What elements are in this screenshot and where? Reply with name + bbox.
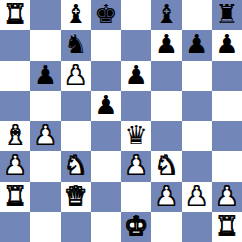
black-pawn-g7: ♟ — [185, 31, 208, 57]
square-c6[interactable]: ♟ — [61, 61, 91, 91]
square-b4[interactable]: ♟ — [30, 121, 60, 151]
square-d7[interactable] — [91, 30, 121, 60]
square-h6[interactable] — [212, 61, 242, 91]
square-c2[interactable]: ♛ — [61, 182, 91, 212]
square-b8[interactable] — [30, 0, 60, 30]
white-rook-a8: ♜ — [3, 1, 26, 27]
white-pawn-c6: ♟ — [64, 62, 87, 88]
square-b7[interactable] — [30, 30, 60, 60]
square-d8[interactable]: ♚ — [91, 0, 121, 30]
square-h7[interactable]: ♟ — [212, 30, 242, 60]
square-c5[interactable] — [61, 91, 91, 121]
square-g4[interactable] — [182, 121, 212, 151]
square-d6[interactable] — [91, 61, 121, 91]
square-a8[interactable]: ♜ — [0, 0, 30, 30]
square-f1[interactable] — [151, 212, 181, 242]
square-e1[interactable]: ♚ — [121, 212, 151, 242]
black-queen-e4: ♛ — [124, 122, 147, 148]
square-e4[interactable]: ♛ — [121, 121, 151, 151]
square-e6[interactable]: ♟ — [121, 61, 151, 91]
square-a3[interactable]: ♟ — [0, 151, 30, 181]
square-d3[interactable] — [91, 151, 121, 181]
square-g7[interactable]: ♟ — [182, 30, 212, 60]
square-f4[interactable] — [151, 121, 181, 151]
square-g1[interactable] — [182, 212, 212, 242]
white-pawn-e3: ♟ — [124, 152, 147, 178]
square-f6[interactable] — [151, 61, 181, 91]
square-h5[interactable] — [212, 91, 242, 121]
black-pawn-b6: ♟ — [34, 62, 57, 88]
square-h1[interactable]: ♜ — [212, 212, 242, 242]
square-a6[interactable] — [0, 61, 30, 91]
square-d4[interactable] — [91, 121, 121, 151]
square-f7[interactable]: ♟ — [151, 30, 181, 60]
black-knight-c7: ♞ — [64, 31, 87, 57]
square-g3[interactable] — [182, 151, 212, 181]
black-king-d8: ♚ — [94, 1, 117, 27]
black-pawn-d5: ♟ — [94, 92, 117, 118]
white-knight-c3: ♞ — [64, 152, 87, 178]
square-a5[interactable] — [0, 91, 30, 121]
square-e5[interactable] — [121, 91, 151, 121]
square-c8[interactable]: ♝ — [61, 0, 91, 30]
square-g5[interactable] — [182, 91, 212, 121]
square-f8[interactable]: ♝ — [151, 0, 181, 30]
square-h3[interactable] — [212, 151, 242, 181]
chess-board: ♜♝♚♝♜♞♟♟♟♟♟♟♟♝♟♛♟♞♟♞♜♛♟♟♟♚♜ — [0, 0, 242, 242]
square-b2[interactable] — [30, 182, 60, 212]
square-b6[interactable]: ♟ — [30, 61, 60, 91]
white-pawn-h2: ♟ — [215, 183, 238, 209]
white-pawn-a3: ♟ — [3, 152, 26, 178]
square-h8[interactable]: ♜ — [212, 0, 242, 30]
square-e2[interactable] — [121, 182, 151, 212]
white-bishop-a4: ♝ — [3, 122, 26, 148]
black-pawn-h7: ♟ — [215, 31, 238, 57]
square-h4[interactable] — [212, 121, 242, 151]
square-f2[interactable]: ♟ — [151, 182, 181, 212]
square-a7[interactable] — [0, 30, 30, 60]
square-e3[interactable]: ♟ — [121, 151, 151, 181]
white-knight-f3: ♞ — [155, 152, 178, 178]
square-a2[interactable]: ♜ — [0, 182, 30, 212]
square-h2[interactable]: ♟ — [212, 182, 242, 212]
square-f5[interactable] — [151, 91, 181, 121]
square-b3[interactable] — [30, 151, 60, 181]
black-pawn-f7: ♟ — [155, 31, 178, 57]
square-c7[interactable]: ♞ — [61, 30, 91, 60]
square-a1[interactable] — [0, 212, 30, 242]
white-pawn-g2: ♟ — [185, 183, 208, 209]
white-queen-c2: ♛ — [64, 183, 87, 209]
square-g8[interactable] — [182, 0, 212, 30]
square-b1[interactable] — [30, 212, 60, 242]
black-pawn-e6: ♟ — [124, 62, 147, 88]
white-pawn-f2: ♟ — [155, 183, 178, 209]
square-g6[interactable] — [182, 61, 212, 91]
white-rook-h1: ♜ — [215, 213, 238, 239]
square-d5[interactable]: ♟ — [91, 91, 121, 121]
square-e8[interactable] — [121, 0, 151, 30]
square-d1[interactable] — [91, 212, 121, 242]
black-bishop-c8: ♝ — [64, 1, 87, 27]
square-d2[interactable] — [91, 182, 121, 212]
square-c1[interactable] — [61, 212, 91, 242]
white-rook-a2: ♜ — [3, 183, 26, 209]
square-f3[interactable]: ♞ — [151, 151, 181, 181]
white-king-e1: ♚ — [124, 213, 147, 239]
square-e7[interactable] — [121, 30, 151, 60]
square-c3[interactable]: ♞ — [61, 151, 91, 181]
square-c4[interactable] — [61, 121, 91, 151]
square-g2[interactable]: ♟ — [182, 182, 212, 212]
black-bishop-f8: ♝ — [155, 1, 178, 27]
square-b5[interactable] — [30, 91, 60, 121]
black-rook-h8: ♜ — [215, 1, 238, 27]
white-pawn-b4: ♟ — [34, 122, 57, 148]
square-a4[interactable]: ♝ — [0, 121, 30, 151]
